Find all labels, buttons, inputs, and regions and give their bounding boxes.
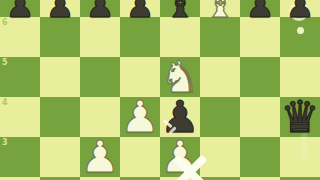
square-f3[interactable]: [200, 137, 240, 177]
square-b4[interactable]: [40, 97, 80, 137]
square-g7[interactable]: ♟: [240, 0, 280, 17]
white-bishop-f7[interactable]: ♝: [206, 0, 235, 22]
square-h3[interactable]: [280, 137, 320, 177]
square-h2[interactable]: [280, 177, 320, 180]
white-pawn-d4[interactable]: ♟: [120, 95, 159, 139]
square-b3[interactable]: [40, 137, 80, 177]
black-pawn-c7[interactable]: ♟: [86, 0, 115, 22]
square-g5[interactable]: [240, 57, 280, 97]
square-g2[interactable]: [240, 177, 280, 180]
square-a3[interactable]: [0, 137, 40, 177]
square-c5[interactable]: [80, 57, 120, 97]
square-b2[interactable]: [40, 177, 80, 180]
square-b5[interactable]: [40, 57, 80, 97]
square-f2[interactable]: [200, 177, 240, 180]
square-a7[interactable]: ♟: [0, 0, 40, 17]
square-f5[interactable]: [200, 57, 240, 97]
square-f7[interactable]: ♝: [200, 0, 240, 17]
square-g4[interactable]: [240, 97, 280, 137]
square-d3[interactable]: [120, 137, 160, 177]
black-queen-h4[interactable]: ♛: [280, 95, 319, 139]
black-pawn-a7[interactable]: ♟: [6, 0, 35, 22]
square-a2[interactable]: [0, 177, 40, 180]
square-h4[interactable]: ♛: [280, 97, 320, 137]
black-pawn-h7[interactable]: ♟: [286, 0, 315, 22]
white-pawn-c3[interactable]: ♟: [80, 135, 119, 179]
black-bishop-e7[interactable]: ♝: [166, 0, 195, 22]
square-d2[interactable]: [120, 177, 160, 180]
black-pawn-b7[interactable]: ♟: [46, 0, 75, 22]
chessboard: ♟♟♟♟♝♝♟♟♞♟♟♛♟♟: [0, 0, 320, 180]
square-h7[interactable]: ♟: [280, 0, 320, 17]
chessboard-frame: ♟♟♟♟♝♝♟♟♞♟♟♛♟♟ 6543: [0, 0, 320, 180]
square-d4[interactable]: ♟: [120, 97, 160, 137]
square-c3[interactable]: ♟: [80, 137, 120, 177]
black-pawn-g7[interactable]: ♟: [246, 0, 275, 22]
square-g3[interactable]: [240, 137, 280, 177]
square-c7[interactable]: ♟: [80, 0, 120, 17]
square-a4[interactable]: [0, 97, 40, 137]
square-a5[interactable]: [0, 57, 40, 97]
move-dot-indicator-h6[interactable]: [297, 27, 304, 34]
square-e7[interactable]: ♝: [160, 0, 200, 17]
black-pawn-d7[interactable]: ♟: [126, 0, 155, 22]
square-b7[interactable]: ♟: [40, 0, 80, 17]
square-d7[interactable]: ♟: [120, 0, 160, 17]
square-f4[interactable]: [200, 97, 240, 137]
